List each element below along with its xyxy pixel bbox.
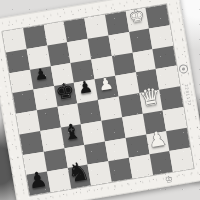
black-pawn[interactable]: ♟: [33, 67, 49, 84]
vinyl-chess-mat: ♚♟♚♟♟♛♝♟♟♞ ♔ 2281172: [0, 0, 200, 200]
square-h1[interactable]: [170, 148, 194, 172]
chessboard-photo: ♚♟♚♟♟♛♝♟♟♞ ♔ 2281172: [0, 0, 200, 200]
maker-emblem-icon: [178, 64, 188, 74]
board: ♚♟♚♟♟♛♝♟♟♞: [2, 4, 193, 195]
black-pawn[interactable]: ♟: [77, 79, 94, 97]
white-pawn[interactable]: ♟: [97, 76, 114, 94]
black-knight[interactable]: ♞: [65, 158, 92, 187]
border-code-text: 2281172: [184, 84, 193, 107]
black-king[interactable]: ♚: [54, 79, 76, 103]
white-queen[interactable]: ♛: [138, 84, 162, 110]
crown-logo-icon: ♔: [164, 175, 173, 185]
black-pawn[interactable]: ♟: [27, 168, 49, 192]
white-pawn[interactable]: ♟: [147, 128, 168, 151]
black-bishop[interactable]: ♝: [61, 120, 83, 144]
white-king[interactable]: ♚: [128, 8, 145, 27]
